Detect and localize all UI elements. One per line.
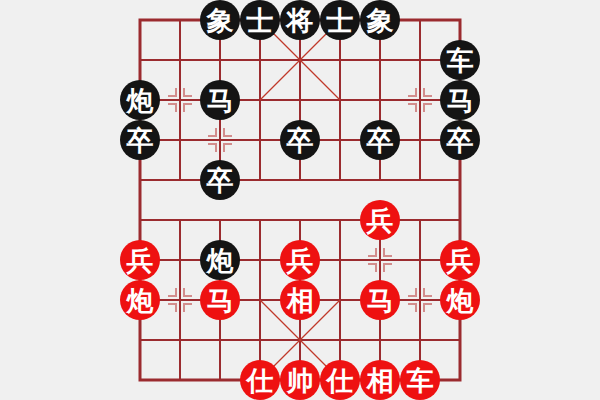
point-4-5[interactable] (280, 200, 320, 240)
point-4-8[interactable] (280, 320, 320, 360)
point-4-1[interactable] (280, 40, 320, 80)
point-3-1[interactable] (240, 40, 280, 80)
point-2-3[interactable] (200, 120, 240, 160)
point-8-0[interactable] (440, 0, 480, 40)
point-1-9[interactable] (160, 360, 200, 400)
point-0-6[interactable]: 兵 (120, 240, 160, 280)
piece-red-horse[interactable]: 马 (200, 280, 240, 320)
piece-red-cannon[interactable]: 炮 (440, 280, 480, 320)
point-0-2[interactable]: 炮 (120, 80, 160, 120)
point-4-4[interactable] (280, 160, 320, 200)
piece-red-soldier[interactable]: 兵 (120, 240, 160, 280)
point-8-4[interactable] (440, 160, 480, 200)
point-6-1[interactable] (360, 40, 400, 80)
point-4-0[interactable]: 将 (280, 0, 320, 40)
point-1-0[interactable] (160, 0, 200, 40)
point-0-4[interactable] (120, 160, 160, 200)
point-7-1[interactable] (400, 40, 440, 80)
point-7-9[interactable]: 车 (400, 360, 440, 400)
point-3-8[interactable] (240, 320, 280, 360)
point-5-7[interactable] (320, 280, 360, 320)
point-3-9[interactable]: 仕 (240, 360, 280, 400)
point-3-3[interactable] (240, 120, 280, 160)
point-8-3[interactable]: 卒 (440, 120, 480, 160)
point-7-0[interactable] (400, 0, 440, 40)
point-8-6[interactable]: 兵 (440, 240, 480, 280)
point-7-7[interactable] (400, 280, 440, 320)
point-7-5[interactable] (400, 200, 440, 240)
point-2-9[interactable] (200, 360, 240, 400)
piece-red-soldier[interactable]: 兵 (360, 200, 400, 240)
point-5-5[interactable] (320, 200, 360, 240)
point-6-7[interactable]: 马 (360, 280, 400, 320)
point-5-2[interactable] (320, 80, 360, 120)
piece-black-horse[interactable]: 马 (200, 80, 240, 120)
point-1-2[interactable] (160, 80, 200, 120)
piece-red-general[interactable]: 帅 (280, 360, 320, 400)
point-3-5[interactable] (240, 200, 280, 240)
point-1-5[interactable] (160, 200, 200, 240)
piece-black-advisor[interactable]: 士 (240, 0, 280, 40)
point-5-9[interactable]: 仕 (320, 360, 360, 400)
piece-red-elephant[interactable]: 相 (280, 280, 320, 320)
point-1-8[interactable] (160, 320, 200, 360)
piece-black-horse[interactable]: 马 (440, 80, 480, 120)
piece-red-advisor[interactable]: 仕 (320, 360, 360, 400)
point-1-3[interactable] (160, 120, 200, 160)
point-3-7[interactable] (240, 280, 280, 320)
point-5-1[interactable] (320, 40, 360, 80)
point-0-0[interactable] (120, 0, 160, 40)
point-3-0[interactable]: 士 (240, 0, 280, 40)
point-7-2[interactable] (400, 80, 440, 120)
point-4-7[interactable]: 相 (280, 280, 320, 320)
point-2-8[interactable] (200, 320, 240, 360)
point-6-2[interactable] (360, 80, 400, 120)
point-8-5[interactable] (440, 200, 480, 240)
point-6-8[interactable] (360, 320, 400, 360)
point-1-4[interactable] (160, 160, 200, 200)
xiangqi-board: 象士将士象车炮马马卒卒卒卒卒兵兵炮兵兵炮马相马炮仕帅仕相车 (120, 0, 480, 400)
point-0-3[interactable]: 卒 (120, 120, 160, 160)
point-1-6[interactable] (160, 240, 200, 280)
point-6-9[interactable]: 相 (360, 360, 400, 400)
point-5-3[interactable] (320, 120, 360, 160)
point-5-8[interactable] (320, 320, 360, 360)
piece-red-chariot[interactable]: 车 (400, 360, 440, 400)
point-1-7[interactable] (160, 280, 200, 320)
piece-black-soldier[interactable]: 卒 (440, 120, 480, 160)
point-4-9[interactable]: 帅 (280, 360, 320, 400)
piece-black-soldier[interactable]: 卒 (360, 120, 400, 160)
point-2-6[interactable]: 炮 (200, 240, 240, 280)
point-8-7[interactable]: 炮 (440, 280, 480, 320)
piece-red-advisor[interactable]: 仕 (240, 360, 280, 400)
point-1-1[interactable] (160, 40, 200, 80)
point-0-1[interactable] (120, 40, 160, 80)
point-8-9[interactable] (440, 360, 480, 400)
xiangqi-app: 象士将士象车炮马马卒卒卒卒卒兵兵炮兵兵炮马相马炮仕帅仕相车 (0, 0, 600, 400)
point-0-9[interactable] (120, 360, 160, 400)
point-2-5[interactable] (200, 200, 240, 240)
point-0-7[interactable]: 炮 (120, 280, 160, 320)
piece-red-elephant[interactable]: 相 (360, 360, 400, 400)
point-8-1[interactable]: 车 (440, 40, 480, 80)
point-6-0[interactable]: 象 (360, 0, 400, 40)
point-3-6[interactable] (240, 240, 280, 280)
piece-black-soldier[interactable]: 卒 (200, 160, 240, 200)
piece-black-elephant[interactable]: 象 (200, 0, 240, 40)
point-5-6[interactable] (320, 240, 360, 280)
point-0-5[interactable] (120, 200, 160, 240)
point-5-0[interactable]: 士 (320, 0, 360, 40)
point-7-6[interactable] (400, 240, 440, 280)
point-0-8[interactable] (120, 320, 160, 360)
point-6-5[interactable]: 兵 (360, 200, 400, 240)
point-2-7[interactable]: 马 (200, 280, 240, 320)
point-3-2[interactable] (240, 80, 280, 120)
point-4-2[interactable] (280, 80, 320, 120)
point-7-4[interactable] (400, 160, 440, 200)
piece-red-soldier[interactable]: 兵 (280, 240, 320, 280)
point-2-4[interactable]: 卒 (200, 160, 240, 200)
point-8-2[interactable]: 马 (440, 80, 480, 120)
point-5-4[interactable] (320, 160, 360, 200)
piece-red-cannon[interactable]: 炮 (120, 280, 160, 320)
point-8-8[interactable] (440, 320, 480, 360)
point-6-4[interactable] (360, 160, 400, 200)
point-2-0[interactable]: 象 (200, 0, 240, 40)
piece-black-advisor[interactable]: 士 (320, 0, 360, 40)
point-4-6[interactable]: 兵 (280, 240, 320, 280)
point-3-4[interactable] (240, 160, 280, 200)
piece-black-elephant[interactable]: 象 (360, 0, 400, 40)
point-7-3[interactable] (400, 120, 440, 160)
point-2-2[interactable]: 马 (200, 80, 240, 120)
point-6-3[interactable]: 卒 (360, 120, 400, 160)
piece-red-horse[interactable]: 马 (360, 280, 400, 320)
piece-black-chariot[interactable]: 车 (440, 40, 480, 80)
piece-black-cannon[interactable]: 炮 (120, 80, 160, 120)
point-4-3[interactable]: 卒 (280, 120, 320, 160)
piece-red-soldier[interactable]: 兵 (440, 240, 480, 280)
point-2-1[interactable] (200, 40, 240, 80)
piece-black-cannon[interactable]: 炮 (200, 240, 240, 280)
point-7-8[interactable] (400, 320, 440, 360)
piece-black-soldier[interactable]: 卒 (120, 120, 160, 160)
piece-black-soldier[interactable]: 卒 (280, 120, 320, 160)
point-6-6[interactable] (360, 240, 400, 280)
piece-black-general[interactable]: 将 (280, 0, 320, 40)
